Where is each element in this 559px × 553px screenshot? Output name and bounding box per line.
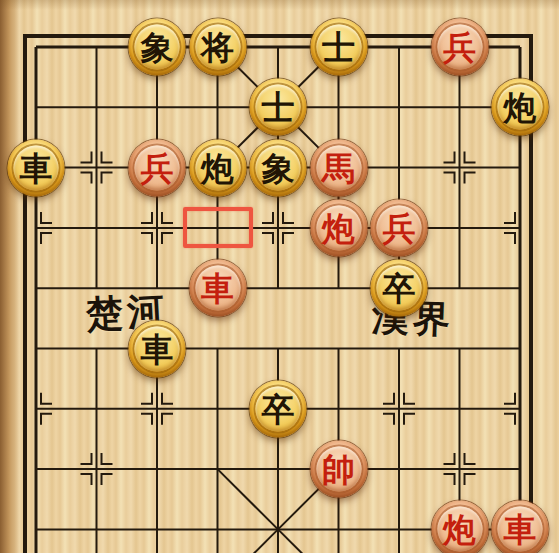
piece-red-cannon[interactable]: 炮 [431, 501, 488, 553]
piece-black-elephant[interactable]: 象 [250, 139, 307, 196]
piece-glyph: 車 [20, 151, 53, 184]
piece-red-soldier[interactable]: 兵 [129, 139, 186, 196]
piece-black-chariot[interactable]: 車 [8, 139, 65, 196]
piece-glyph: 兵 [383, 211, 416, 244]
piece-red-soldier[interactable]: 兵 [431, 19, 488, 76]
piece-glyph: 象 [141, 31, 174, 64]
piece-glyph: 兵 [443, 31, 476, 64]
piece-red-cannon[interactable]: 炮 [310, 199, 367, 256]
piece-glyph: 炮 [504, 91, 537, 124]
piece-glyph: 士 [322, 31, 355, 64]
piece-black-chariot[interactable]: 車 [129, 320, 186, 377]
piece-black-advisor[interactable]: 士 [310, 19, 367, 76]
piece-glyph: 卒 [262, 392, 295, 425]
piece-glyph: 象 [262, 151, 295, 184]
piece-glyph: 卒 [383, 272, 416, 305]
piece-red-chariot[interactable]: 車 [492, 501, 549, 553]
last-move-highlight [183, 207, 253, 248]
piece-black-elephant[interactable]: 象 [129, 19, 186, 76]
piece-black-soldier[interactable]: 卒 [250, 380, 307, 437]
piece-black-general[interactable]: 将 [189, 19, 246, 76]
piece-glyph: 車 [141, 332, 174, 365]
piece-glyph: 車 [201, 272, 234, 305]
piece-red-soldier[interactable]: 兵 [371, 199, 428, 256]
piece-red-horse[interactable]: 馬 [310, 139, 367, 196]
piece-black-cannon[interactable]: 炮 [492, 79, 549, 136]
piece-black-advisor[interactable]: 士 [250, 79, 307, 136]
piece-black-soldier[interactable]: 卒 [371, 260, 428, 317]
piece-black-cannon[interactable]: 炮 [189, 139, 246, 196]
piece-glyph: 炮 [201, 151, 234, 184]
piece-red-general[interactable]: 帥 [310, 441, 367, 498]
piece-glyph: 兵 [141, 151, 174, 184]
xiangqi-board[interactable]: 楚河 漢界 象将士兵士炮車兵炮象馬炮兵車卒車卒帥炮車 [0, 0, 559, 553]
piece-glyph: 炮 [322, 211, 355, 244]
piece-glyph: 士 [262, 91, 295, 124]
piece-glyph: 車 [504, 513, 537, 546]
piece-glyph: 将 [201, 31, 234, 64]
piece-glyph: 帥 [322, 453, 355, 486]
piece-glyph: 馬 [322, 151, 355, 184]
piece-red-chariot[interactable]: 車 [189, 260, 246, 317]
piece-glyph: 炮 [443, 513, 476, 546]
